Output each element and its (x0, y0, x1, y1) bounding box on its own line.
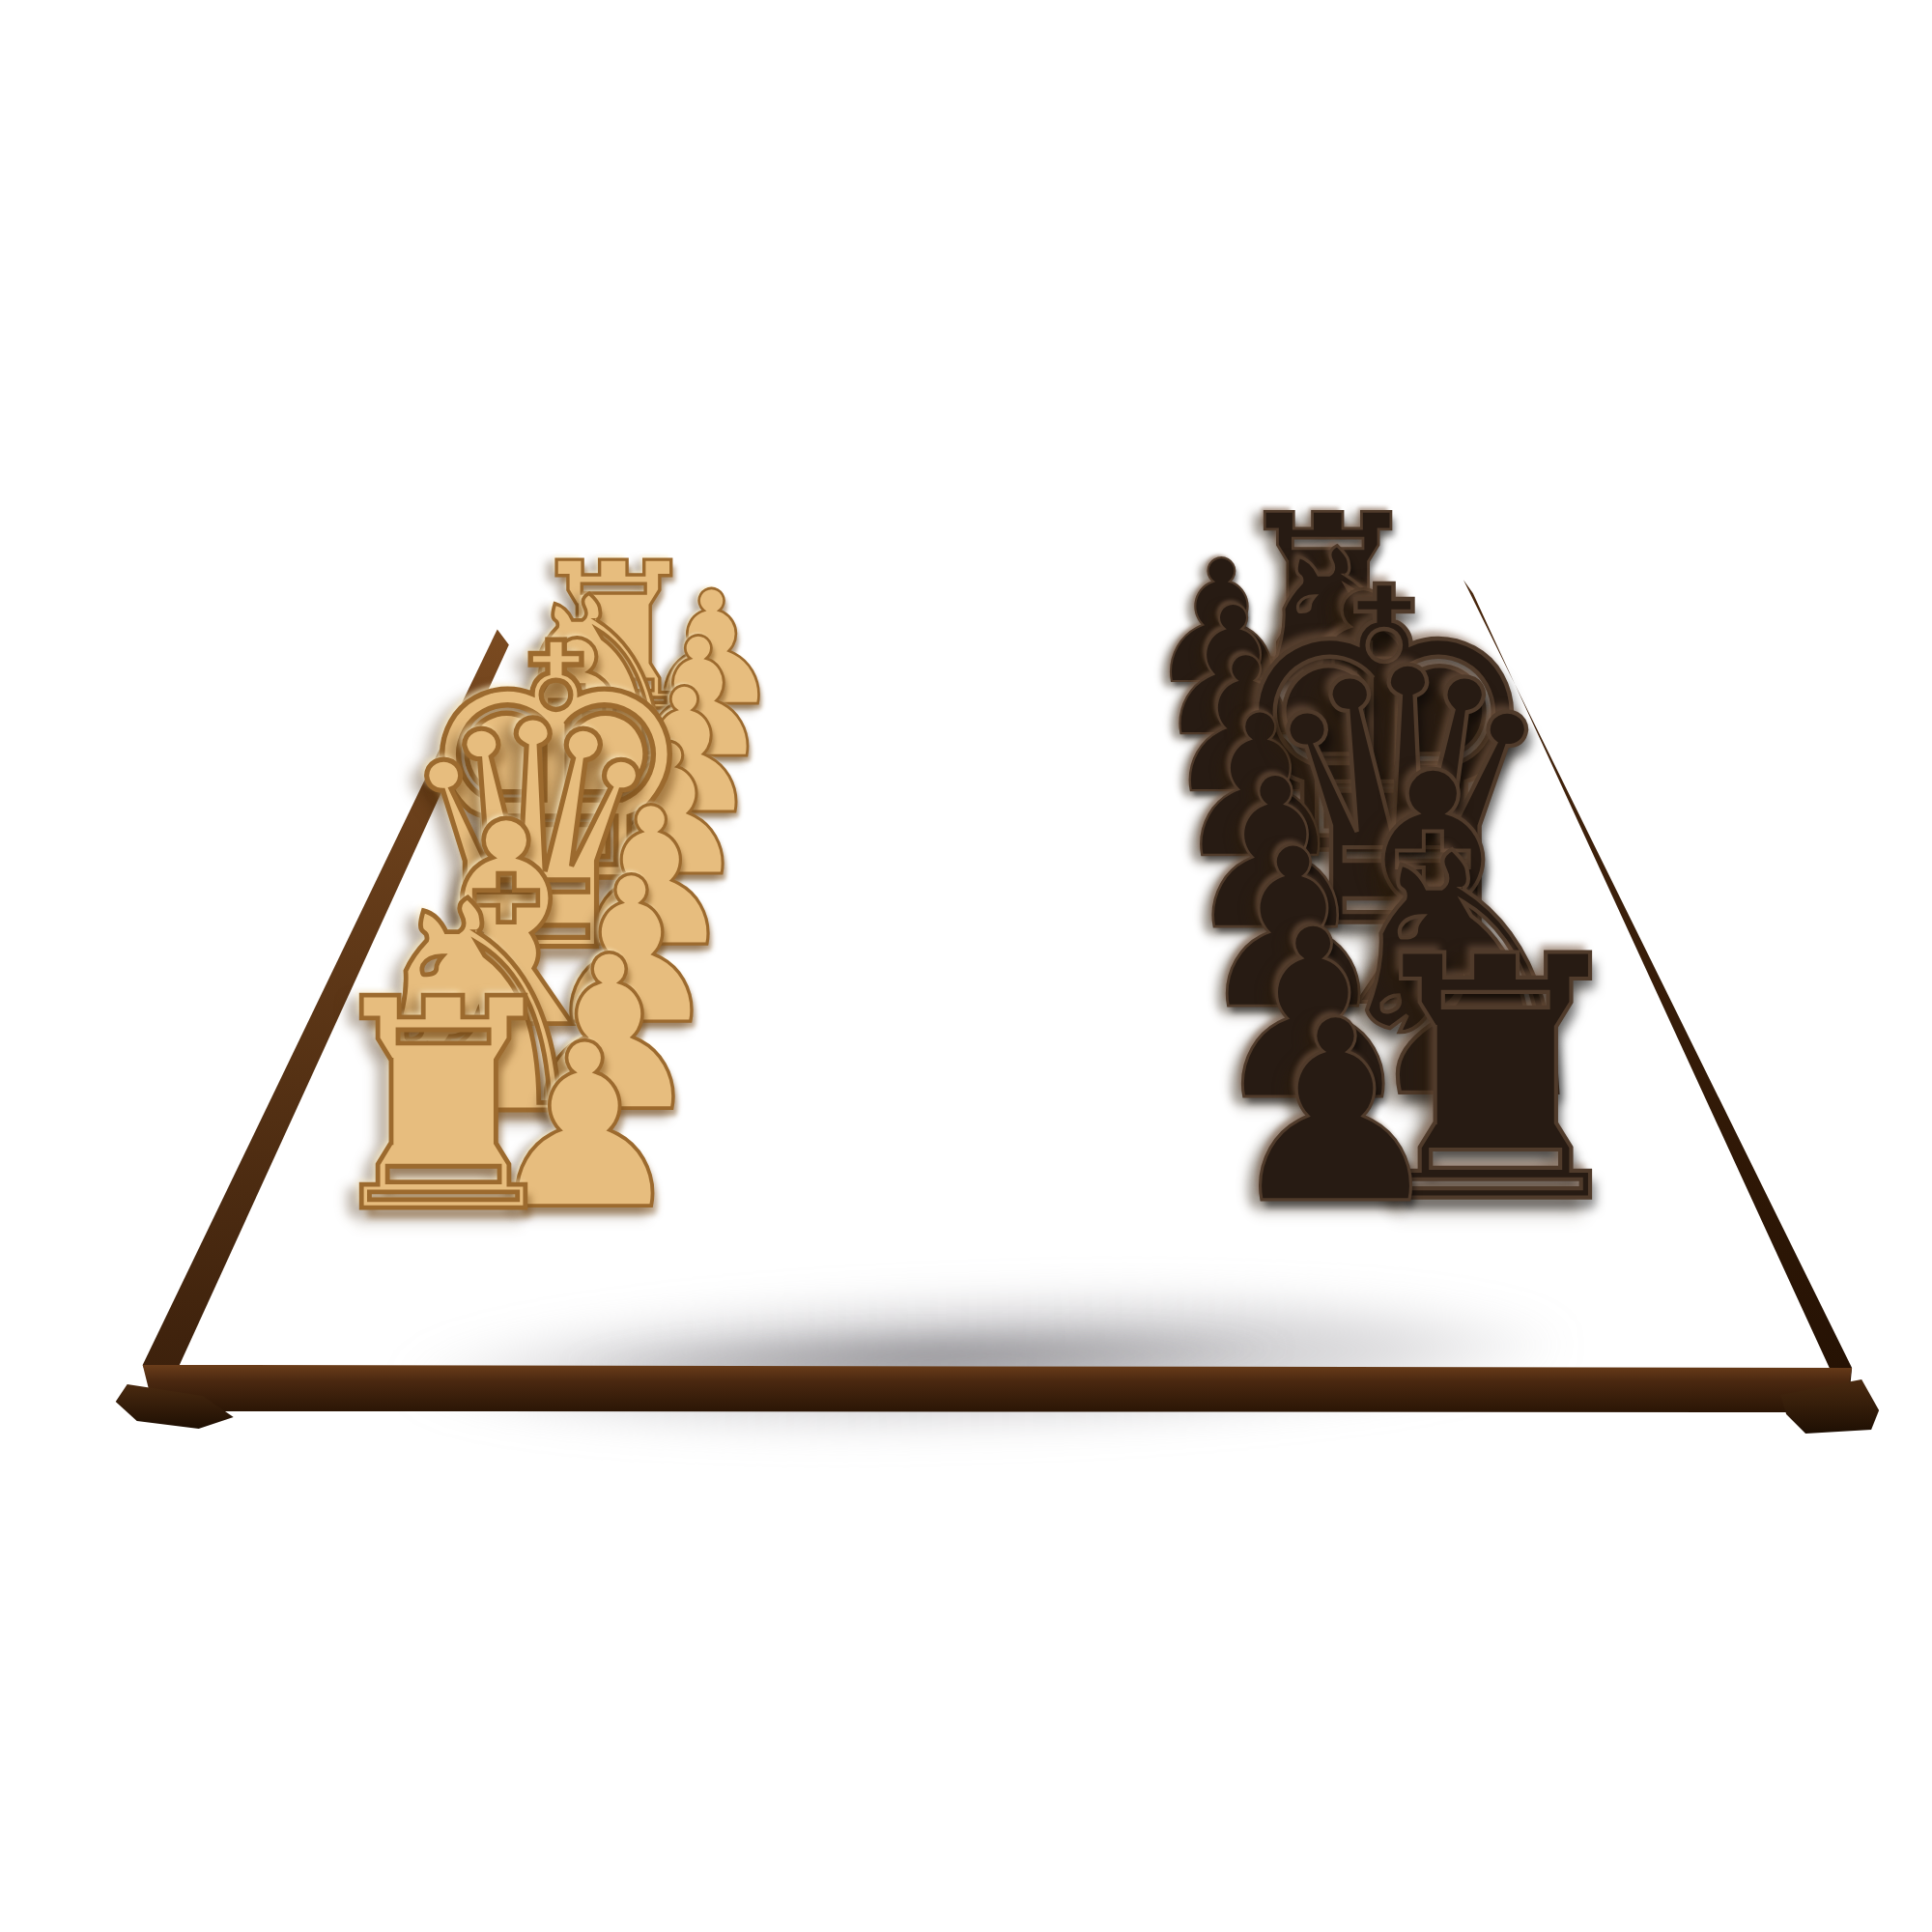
board-front-edge (143, 1365, 1852, 1412)
chess-set-photo: ♜♟♟♜♞♟♟♞♝♟♟♝♚♟♟♚♛♟♟♛♝♟♟♝♞♟♟♞♜♟♟♜ (0, 0, 1932, 1932)
board-right-edge (1463, 580, 1852, 1408)
board-left-edge (143, 630, 509, 1407)
board-side-faces (0, 0, 1932, 1932)
